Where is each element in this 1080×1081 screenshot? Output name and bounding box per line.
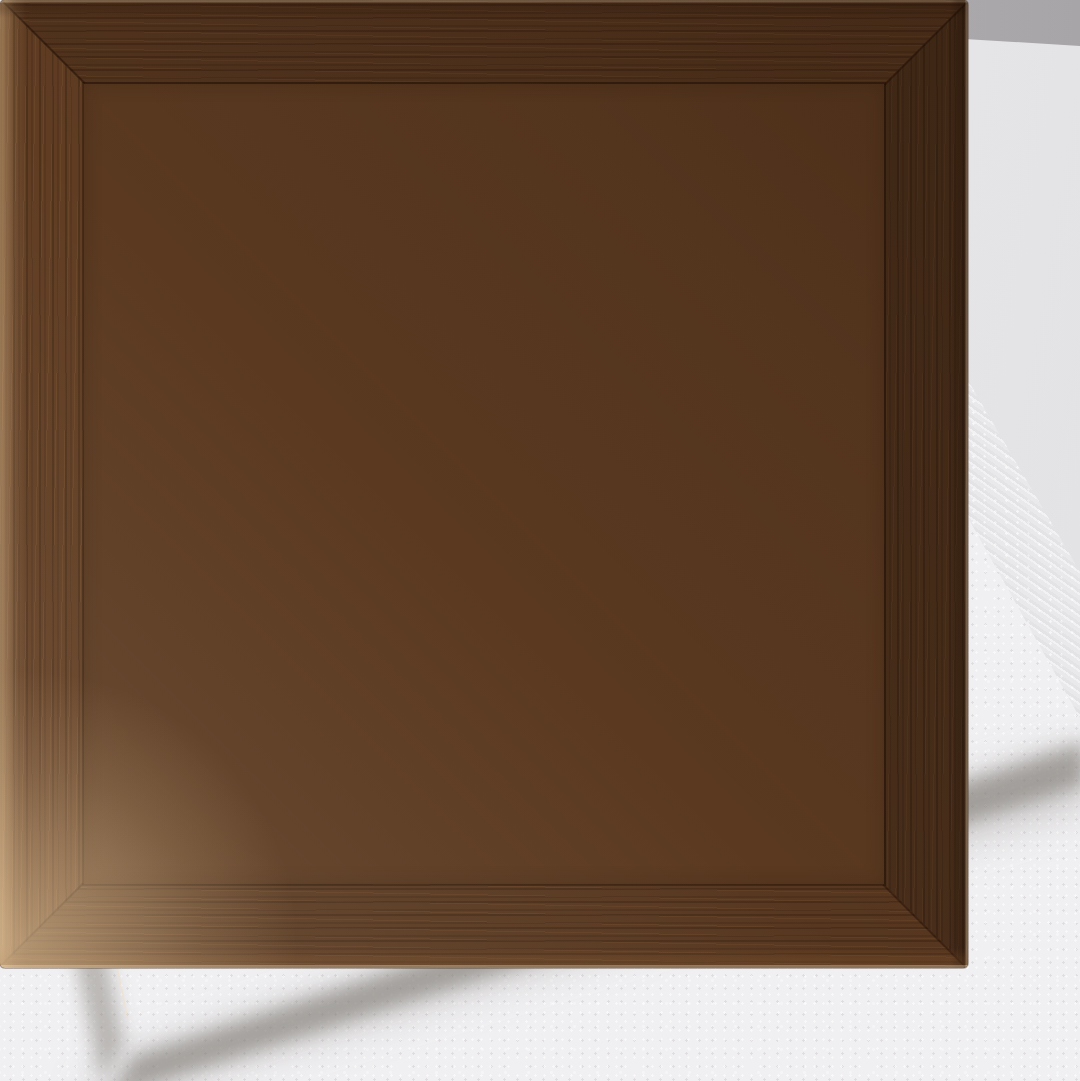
- board-border-left: [0, 0, 84, 968]
- board-field: [84, 84, 884, 884]
- chess-board: [0, 0, 968, 968]
- scene: [0, 0, 1080, 1081]
- board-border-right: [884, 0, 968, 968]
- board-border-top: [0, 0, 968, 84]
- board-border-bottom: [0, 884, 968, 968]
